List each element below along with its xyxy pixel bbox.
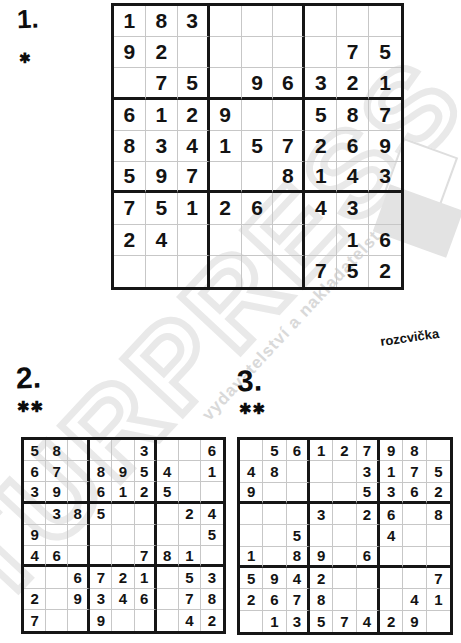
sudoku-cell-r2c8[interactable]: 7 xyxy=(403,461,426,482)
sudoku-cell-r7c4[interactable]: 2 xyxy=(310,568,333,589)
sudoku-cell-r6c7[interactable]: 8 xyxy=(157,546,179,567)
sudoku-cell-r4c7[interactable]: 6 xyxy=(380,504,403,525)
sudoku-cell-r9c7[interactable]: 7 xyxy=(305,256,337,287)
sudoku-cell-r4c9[interactable]: 4 xyxy=(201,504,223,525)
sudoku-cell-r5c8[interactable] xyxy=(403,525,426,546)
sudoku-cell-r3c9[interactable] xyxy=(201,482,223,503)
puzzle-1-label: 1. xyxy=(17,6,40,33)
sudoku-cell-r3c4[interactable] xyxy=(210,68,242,99)
sudoku-cell-r9c6[interactable] xyxy=(135,610,157,631)
sudoku-cell-r3c8[interactable]: 2 xyxy=(337,68,369,99)
sudoku-cell-r1c2[interactable]: 5 xyxy=(263,440,286,461)
sudoku-cell-r6c3[interactable] xyxy=(68,546,90,567)
sudoku-cell-r7c3[interactable]: 1 xyxy=(178,193,210,224)
sudoku-cell-r9c1[interactable]: 7 xyxy=(24,610,46,631)
sudoku-cell-r1c5[interactable] xyxy=(242,6,274,37)
sudoku-cell-r6c2[interactable]: 6 xyxy=(46,546,68,567)
sudoku-cell-r1c6[interactable] xyxy=(273,6,305,37)
sudoku-cell-r2c7[interactable]: 1 xyxy=(380,461,403,482)
sudoku-cell-r7c7[interactable]: 4 xyxy=(305,193,337,224)
sudoku-cell-r4c9[interactable]: 8 xyxy=(427,504,450,525)
sudoku-cell-r2c1[interactable]: 9 xyxy=(114,37,146,68)
sudoku-cell-r6c2[interactable] xyxy=(263,547,286,568)
sudoku-cell-r1c5[interactable] xyxy=(112,440,134,461)
sudoku-cell-r5c8[interactable]: 6 xyxy=(337,131,369,162)
sudoku-cell-r8c5[interactable] xyxy=(242,225,274,256)
sudoku-cell-r8c2[interactable]: 4 xyxy=(146,225,178,256)
sudoku-cell-r8c1[interactable]: 2 xyxy=(114,225,146,256)
sudoku-cell-r5c8[interactable] xyxy=(179,525,201,546)
sudoku-cell-r9c3[interactable] xyxy=(68,610,90,631)
sudoku-cell-r7c1[interactable] xyxy=(24,567,46,588)
sudoku-cell-r8c5[interactable]: 4 xyxy=(112,589,134,610)
sudoku-cell-r6c5[interactable] xyxy=(242,162,274,193)
sudoku-cell-r1c7[interactable] xyxy=(157,440,179,461)
sudoku-cell-r8c4[interactable]: 8 xyxy=(310,589,333,610)
sudoku-cell-r1c7[interactable] xyxy=(305,6,337,37)
sudoku-cell-r3c6[interactable]: 2 xyxy=(135,482,157,503)
sudoku-cell-r2c5[interactable] xyxy=(333,461,356,482)
sudoku-cell-r2c9[interactable]: 1 xyxy=(201,461,223,482)
sudoku-cell-r1c3[interactable]: 3 xyxy=(178,6,210,37)
sudoku-cell-r9c3[interactable] xyxy=(178,256,210,287)
sudoku-cell-r9c9[interactable] xyxy=(427,611,450,632)
sudoku-cell-r1c3[interactable]: 6 xyxy=(287,440,310,461)
sudoku-cell-r7c3[interactable]: 6 xyxy=(68,567,90,588)
sudoku-cell-r9c6[interactable] xyxy=(273,256,305,287)
sudoku-cell-r9c4[interactable]: 9 xyxy=(90,610,112,631)
sudoku-cell-r4c7[interactable] xyxy=(157,504,179,525)
sudoku-cell-r4c1[interactable] xyxy=(240,504,263,525)
puzzle-3-difficulty-stars: ✱✱ xyxy=(239,401,266,416)
sudoku-cell-r9c7[interactable]: 2 xyxy=(380,611,403,632)
sudoku-grid-2: 5836678954139612538524954678167215329346… xyxy=(21,437,226,634)
sudoku-cell-r7c8[interactable]: 3 xyxy=(337,193,369,224)
sudoku-cell-r4c5[interactable] xyxy=(333,504,356,525)
sudoku-cell-r8c3[interactable]: 9 xyxy=(68,589,90,610)
sudoku-cell-r2c4[interactable] xyxy=(310,461,333,482)
sudoku-cell-r1c9[interactable]: 6 xyxy=(201,440,223,461)
rozcvicka-note: rozcvička xyxy=(379,326,440,349)
sudoku-cell-r9c2[interactable] xyxy=(146,256,178,287)
sudoku-cell-r6c5[interactable] xyxy=(112,546,134,567)
sudoku-cell-r6c3[interactable]: 8 xyxy=(287,547,310,568)
sudoku-cell-r1c4[interactable] xyxy=(210,6,242,37)
sudoku-cell-r8c3[interactable]: 7 xyxy=(287,589,310,610)
sudoku-cell-r5c7[interactable] xyxy=(157,525,179,546)
sudoku-cell-r8c9[interactable]: 6 xyxy=(369,225,401,256)
sudoku-cell-r1c8[interactable] xyxy=(179,440,201,461)
sudoku-cell-r7c9[interactable]: 7 xyxy=(427,568,450,589)
sudoku-cell-r3c5[interactable]: 9 xyxy=(242,68,274,99)
sudoku-cell-r1c9[interactable] xyxy=(427,440,450,461)
sudoku-cell-r6c7[interactable] xyxy=(380,547,403,568)
sudoku-cell-r5c2[interactable] xyxy=(263,525,286,546)
sudoku-cell-r9c5[interactable] xyxy=(112,610,134,631)
sudoku-cell-r8c2[interactable] xyxy=(46,589,68,610)
sudoku-cell-r5c4[interactable] xyxy=(310,525,333,546)
sudoku-cell-r7c6[interactable] xyxy=(357,568,380,589)
sudoku-cell-r9c5[interactable]: 7 xyxy=(333,611,356,632)
sudoku-cell-r5c3[interactable]: 5 xyxy=(287,525,310,546)
sudoku-cell-r7c2[interactable]: 9 xyxy=(263,568,286,589)
puzzle-2-label: 2. xyxy=(15,363,41,394)
sudoku-cell-r2c3[interactable] xyxy=(178,37,210,68)
sudoku-cell-r5c3[interactable] xyxy=(68,525,90,546)
sudoku-cell-r9c4[interactable]: 5 xyxy=(310,611,333,632)
sudoku-cell-r6c4[interactable] xyxy=(90,546,112,567)
sudoku-cell-r3c3[interactable] xyxy=(68,482,90,503)
sudoku-cell-r4c3[interactable] xyxy=(287,504,310,525)
sudoku-cell-r2c5[interactable] xyxy=(242,37,274,68)
sudoku-cell-r7c6[interactable]: 1 xyxy=(135,567,157,588)
sudoku-cell-r6c8[interactable]: 1 xyxy=(179,546,201,567)
sudoku-cell-r7c2[interactable] xyxy=(46,567,68,588)
sudoku-cell-r5c2[interactable] xyxy=(46,525,68,546)
sudoku-cell-r5c9[interactable]: 9 xyxy=(369,131,401,162)
sudoku-cell-r6c4[interactable] xyxy=(210,162,242,193)
sudoku-cell-r6c9[interactable] xyxy=(201,546,223,567)
sudoku-cell-r2c6[interactable]: 5 xyxy=(135,461,157,482)
sudoku-cell-r6c1[interactable]: 4 xyxy=(24,546,46,567)
sudoku-cell-r3c4[interactable]: 6 xyxy=(90,482,112,503)
sudoku-cell-r3c9[interactable]: 2 xyxy=(427,483,450,504)
sudoku-cell-r8c6[interactable] xyxy=(357,589,380,610)
sudoku-grid-3: 5612798483175953623268541896594272678411… xyxy=(237,437,453,635)
sudoku-cell-r7c7[interactable] xyxy=(380,568,403,589)
sudoku-cell-r4c1[interactable] xyxy=(24,504,46,525)
sudoku-cell-r1c8[interactable]: 8 xyxy=(403,440,426,461)
sudoku-cell-r8c4[interactable]: 3 xyxy=(90,589,112,610)
sudoku-cell-r5c4[interactable]: 1 xyxy=(210,131,242,162)
sudoku-cell-r1c1[interactable]: 5 xyxy=(24,440,46,461)
sudoku-cell-r5c6[interactable]: 7 xyxy=(273,131,305,162)
sudoku-cell-r3c6[interactable]: 6 xyxy=(273,68,305,99)
sudoku-cell-r5c5[interactable] xyxy=(333,525,356,546)
sudoku-cell-r4c6[interactable]: 2 xyxy=(357,504,380,525)
sudoku-cell-r7c5[interactable]: 2 xyxy=(112,567,134,588)
sudoku-cell-r7c8[interactable]: 5 xyxy=(179,567,201,588)
sudoku-cell-r2c2[interactable]: 8 xyxy=(263,461,286,482)
sudoku-cell-r2c3[interactable] xyxy=(68,461,90,482)
sudoku-cell-r9c3[interactable]: 3 xyxy=(287,611,310,632)
sudoku-cell-r3c9[interactable]: 1 xyxy=(369,68,401,99)
sudoku-cell-r5c9[interactable] xyxy=(427,525,450,546)
sudoku-cell-r4c4[interactable]: 3 xyxy=(310,504,333,525)
sudoku-cell-r8c4[interactable] xyxy=(210,225,242,256)
sudoku-cell-r8c1[interactable]: 2 xyxy=(24,589,46,610)
sudoku-cell-r3c8[interactable] xyxy=(179,482,201,503)
sudoku-cell-r6c1[interactable]: 1 xyxy=(240,547,263,568)
sudoku-cell-r4c2[interactable]: 3 xyxy=(46,504,68,525)
sudoku-cell-r2c7[interactable]: 4 xyxy=(157,461,179,482)
sudoku-cell-r5c1[interactable]: 8 xyxy=(114,131,146,162)
sudoku-grid-1: 1839275759632161295878341572695978143751… xyxy=(111,3,404,290)
sudoku-cell-r8c6[interactable] xyxy=(273,225,305,256)
sudoku-cell-r7c1[interactable]: 7 xyxy=(114,193,146,224)
sudoku-cell-r7c9[interactable]: 3 xyxy=(201,567,223,588)
sudoku-cell-r2c8[interactable] xyxy=(179,461,201,482)
sudoku-cell-r8c7[interactable] xyxy=(305,225,337,256)
sudoku-cell-r6c1[interactable]: 5 xyxy=(114,162,146,193)
sudoku-cell-r3c1[interactable]: 3 xyxy=(24,482,46,503)
sudoku-cell-r4c1[interactable]: 6 xyxy=(114,100,146,131)
sudoku-cell-r1c2[interactable]: 8 xyxy=(146,6,178,37)
sudoku-cell-r2c6[interactable]: 3 xyxy=(357,461,380,482)
sudoku-cell-r6c6[interactable]: 8 xyxy=(273,162,305,193)
sudoku-cell-r8c5[interactable] xyxy=(333,589,356,610)
sudoku-cell-r3c3[interactable]: 5 xyxy=(178,68,210,99)
sudoku-cell-r4c8[interactable] xyxy=(403,504,426,525)
sudoku-cell-r9c8[interactable]: 4 xyxy=(179,610,201,631)
sudoku-cell-r8c7[interactable] xyxy=(380,589,403,610)
puzzle-3-label: 3. xyxy=(236,366,262,397)
sudoku-cell-r1c1[interactable]: 1 xyxy=(114,6,146,37)
sudoku-cell-r9c1[interactable] xyxy=(114,256,146,287)
sudoku-cell-r3c5[interactable]: 1 xyxy=(112,482,134,503)
sudoku-cell-r9c2[interactable] xyxy=(46,610,68,631)
sudoku-cell-r8c1[interactable]: 2 xyxy=(240,589,263,610)
sudoku-cell-r3c5[interactable] xyxy=(333,483,356,504)
sudoku-cell-r7c3[interactable]: 4 xyxy=(287,568,310,589)
sudoku-cell-r9c8[interactable]: 9 xyxy=(403,611,426,632)
sudoku-cell-r9c1[interactable] xyxy=(240,611,263,632)
sudoku-cell-r2c1[interactable]: 6 xyxy=(24,461,46,482)
sudoku-cell-r2c1[interactable]: 4 xyxy=(240,461,263,482)
sudoku-cell-r5c3[interactable]: 4 xyxy=(178,131,210,162)
sudoku-cell-r4c3[interactable]: 8 xyxy=(68,504,90,525)
sudoku-cell-r7c2[interactable]: 5 xyxy=(146,193,178,224)
sudoku-cell-r4c4[interactable]: 5 xyxy=(90,504,112,525)
sudoku-cell-r6c6[interactable]: 6 xyxy=(357,547,380,568)
sudoku-cell-r3c7[interactable]: 3 xyxy=(380,483,403,504)
sudoku-cell-r1c5[interactable]: 2 xyxy=(333,440,356,461)
sudoku-cell-r2c9[interactable]: 5 xyxy=(427,461,450,482)
sudoku-cell-r6c5[interactable] xyxy=(333,547,356,568)
sudoku-cell-r8c7[interactable] xyxy=(157,589,179,610)
sudoku-cell-r7c9[interactable] xyxy=(369,193,401,224)
sudoku-cell-r9c8[interactable]: 5 xyxy=(337,256,369,287)
sudoku-cell-r5c1[interactable] xyxy=(240,525,263,546)
sudoku-cell-r7c7[interactable] xyxy=(157,567,179,588)
sudoku-cell-r7c4[interactable]: 2 xyxy=(210,193,242,224)
sudoku-cell-r2c9[interactable]: 5 xyxy=(369,37,401,68)
sudoku-cell-r1c8[interactable] xyxy=(337,6,369,37)
sudoku-cell-r3c7[interactable]: 5 xyxy=(157,482,179,503)
sudoku-cell-r2c5[interactable]: 9 xyxy=(112,461,134,482)
sudoku-cell-r5c4[interactable] xyxy=(90,525,112,546)
sudoku-cell-r3c2[interactable]: 7 xyxy=(146,68,178,99)
sudoku-cell-r2c2[interactable]: 7 xyxy=(46,461,68,482)
sudoku-cell-r4c6[interactable] xyxy=(135,504,157,525)
sudoku-cell-r1c6[interactable]: 7 xyxy=(357,440,380,461)
sudoku-cell-r9c2[interactable]: 1 xyxy=(263,611,286,632)
sudoku-cell-r5c2[interactable]: 3 xyxy=(146,131,178,162)
sudoku-cell-r6c8[interactable] xyxy=(403,547,426,568)
sudoku-cell-r9c6[interactable]: 4 xyxy=(357,611,380,632)
sudoku-cell-r5c5[interactable] xyxy=(112,525,134,546)
sudoku-cell-r5c1[interactable]: 9 xyxy=(24,525,46,546)
sudoku-cell-r4c5[interactable] xyxy=(112,504,134,525)
sudoku-cell-r3c6[interactable]: 5 xyxy=(357,483,380,504)
sudoku-cell-r1c4[interactable] xyxy=(90,440,112,461)
sudoku-cell-r5c7[interactable]: 2 xyxy=(305,131,337,162)
sudoku-cell-r2c4[interactable]: 8 xyxy=(90,461,112,482)
sudoku-cell-r4c5[interactable] xyxy=(242,100,274,131)
sudoku-cell-r3c1[interactable]: 9 xyxy=(240,483,263,504)
sudoku-cell-r1c6[interactable]: 3 xyxy=(135,440,157,461)
sudoku-cell-r3c7[interactable]: 3 xyxy=(305,68,337,99)
sudoku-cell-r4c2[interactable] xyxy=(263,504,286,525)
sudoku-cell-r6c3[interactable]: 7 xyxy=(178,162,210,193)
sudoku-cell-r7c8[interactable] xyxy=(403,568,426,589)
sudoku-cell-r9c5[interactable] xyxy=(242,256,274,287)
sudoku-cell-r8c8[interactable]: 4 xyxy=(403,589,426,610)
sudoku-cell-r6c2[interactable]: 9 xyxy=(146,162,178,193)
sudoku-cell-r3c3[interactable] xyxy=(287,483,310,504)
sudoku-cell-r8c6[interactable]: 6 xyxy=(135,589,157,610)
sudoku-cell-r1c1[interactable] xyxy=(240,440,263,461)
sudoku-cell-r8c2[interactable]: 6 xyxy=(263,589,286,610)
sudoku-cell-r7c5[interactable]: 6 xyxy=(242,193,274,224)
sudoku-cell-r1c3[interactable] xyxy=(68,440,90,461)
sudoku-cell-r4c7[interactable]: 5 xyxy=(305,100,337,131)
sudoku-cell-r6c4[interactable]: 9 xyxy=(310,547,333,568)
sudoku-cell-r3c8[interactable]: 6 xyxy=(403,483,426,504)
sudoku-cell-r3c2[interactable]: 9 xyxy=(46,482,68,503)
sudoku-cell-r8c9[interactable]: 8 xyxy=(201,589,223,610)
sudoku-cell-r3c2[interactable] xyxy=(263,483,286,504)
sudoku-cell-r5c5[interactable]: 5 xyxy=(242,131,274,162)
sudoku-cell-r6c7[interactable]: 1 xyxy=(305,162,337,193)
sudoku-cell-r1c7[interactable]: 9 xyxy=(380,440,403,461)
sudoku-cell-r8c8[interactable]: 1 xyxy=(337,225,369,256)
sudoku-cell-r9c9[interactable]: 2 xyxy=(369,256,401,287)
sudoku-cell-r2c4[interactable] xyxy=(210,37,242,68)
sudoku-cell-r5c6[interactable] xyxy=(357,525,380,546)
puzzle-2-difficulty-stars: ✱✱ xyxy=(17,399,44,414)
sudoku-cell-r6c9[interactable]: 3 xyxy=(369,162,401,193)
sudoku-cell-r5c7[interactable]: 4 xyxy=(380,525,403,546)
sudoku-cell-r7c5[interactable] xyxy=(333,568,356,589)
sudoku-cell-r4c2[interactable]: 1 xyxy=(146,100,178,131)
sudoku-cell-r7c1[interactable]: 5 xyxy=(240,568,263,589)
sudoku-cell-r8c3[interactable] xyxy=(178,225,210,256)
sudoku-cell-r4c6[interactable] xyxy=(273,100,305,131)
sudoku-cell-r5c6[interactable] xyxy=(135,525,157,546)
sudoku-cell-r2c6[interactable] xyxy=(273,37,305,68)
sudoku-cell-r4c8[interactable]: 2 xyxy=(179,504,201,525)
sudoku-cell-r2c8[interactable]: 7 xyxy=(337,37,369,68)
sudoku-cell-r9c7[interactable] xyxy=(157,610,179,631)
sudoku-cell-r5c9[interactable]: 5 xyxy=(201,525,223,546)
sudoku-cell-r6c9[interactable] xyxy=(427,547,450,568)
sudoku-cell-r4c9[interactable]: 7 xyxy=(369,100,401,131)
sudoku-cell-r6c6[interactable]: 7 xyxy=(135,546,157,567)
sudoku-cell-r4c4[interactable]: 9 xyxy=(210,100,242,131)
sudoku-cell-r8c9[interactable]: 1 xyxy=(427,589,450,610)
sudoku-cell-r2c3[interactable] xyxy=(287,461,310,482)
sudoku-cell-r9c9[interactable]: 2 xyxy=(201,610,223,631)
sudoku-cell-r3c1[interactable] xyxy=(114,68,146,99)
sudoku-cell-r8c8[interactable]: 7 xyxy=(179,589,201,610)
sudoku-cell-r9c4[interactable] xyxy=(210,256,242,287)
sudoku-cell-r3c4[interactable] xyxy=(310,483,333,504)
sudoku-cell-r7c6[interactable] xyxy=(273,193,305,224)
sudoku-cell-r2c7[interactable] xyxy=(305,37,337,68)
sudoku-cell-r7c4[interactable]: 7 xyxy=(90,567,112,588)
sudoku-cell-r4c3[interactable]: 2 xyxy=(178,100,210,131)
sudoku-cell-r1c2[interactable]: 8 xyxy=(46,440,68,461)
puzzle-1-difficulty-stars: ✱ xyxy=(19,51,32,65)
sudoku-cell-r2c2[interactable]: 2 xyxy=(146,37,178,68)
sudoku-cell-r1c4[interactable]: 1 xyxy=(310,440,333,461)
sudoku-cell-r4c8[interactable]: 8 xyxy=(337,100,369,131)
sudoku-cell-r6c8[interactable]: 4 xyxy=(337,162,369,193)
sudoku-cell-r1c9[interactable] xyxy=(369,6,401,37)
